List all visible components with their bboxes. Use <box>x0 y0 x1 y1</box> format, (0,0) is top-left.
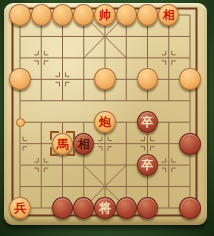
game-window: 帅相炮卒馬相卒兵将 <box>0 0 214 236</box>
piece-red-hidden[interactable] <box>31 4 52 25</box>
last-move-from-dot <box>9 111 30 132</box>
piece-black-hidden[interactable] <box>73 197 94 218</box>
piece-glyph: 卒 <box>137 154 158 176</box>
last-move-highlight <box>50 131 75 156</box>
piece-red-hidden[interactable] <box>116 4 137 25</box>
piece-red-hidden[interactable] <box>137 4 158 25</box>
piece-glyph: 帅 <box>94 4 115 26</box>
piece-face-down <box>137 68 158 90</box>
piece-red-hidden[interactable] <box>179 69 200 90</box>
piece-black-hidden[interactable] <box>137 197 158 218</box>
piece-black-hidden[interactable] <box>116 197 137 218</box>
piece-glyph: 将 <box>94 197 115 219</box>
piece-red-相[interactable]: 相 <box>158 4 179 25</box>
piece-black-卒[interactable]: 卒 <box>137 154 158 175</box>
piece-black-hidden[interactable] <box>179 197 200 218</box>
piece-layer: 帅相炮卒馬相卒兵将 <box>9 4 200 219</box>
piece-face-down <box>137 197 158 219</box>
piece-black-相[interactable]: 相 <box>73 133 94 154</box>
piece-glyph: 兵 <box>9 197 30 219</box>
piece-red-hidden[interactable] <box>137 69 158 90</box>
piece-black-将[interactable]: 将 <box>94 197 115 218</box>
piece-face-down <box>94 68 115 90</box>
piece-face-down <box>179 68 200 90</box>
piece-face-down <box>52 4 73 26</box>
piece-face-down <box>9 68 30 90</box>
piece-face-down <box>116 4 137 26</box>
piece-black-hidden[interactable] <box>179 133 200 154</box>
move-origin-dot <box>16 118 25 127</box>
piece-black-hidden[interactable] <box>52 197 73 218</box>
piece-glyph: 相 <box>158 4 179 26</box>
piece-glyph: 相 <box>73 133 94 155</box>
piece-face-down <box>73 4 94 26</box>
piece-face-down <box>52 197 73 219</box>
piece-red-hidden[interactable] <box>73 4 94 25</box>
piece-red-hidden[interactable] <box>94 69 115 90</box>
piece-red-帅[interactable]: 帅 <box>94 4 115 25</box>
piece-face-down <box>31 4 52 26</box>
piece-face-down <box>116 197 137 219</box>
piece-glyph: 卒 <box>137 111 158 133</box>
piece-face-down <box>179 197 200 219</box>
piece-face-down <box>137 4 158 26</box>
piece-face-down <box>73 197 94 219</box>
piece-red-馬[interactable]: 馬 <box>52 133 73 154</box>
piece-red-hidden[interactable] <box>52 4 73 25</box>
piece-red-hidden[interactable] <box>9 4 30 25</box>
piece-face-down <box>179 133 200 155</box>
piece-black-卒[interactable]: 卒 <box>137 111 158 132</box>
piece-glyph: 炮 <box>94 111 115 133</box>
piece-red-兵[interactable]: 兵 <box>9 197 30 218</box>
piece-red-炮[interactable]: 炮 <box>94 111 115 132</box>
piece-face-down <box>9 4 30 26</box>
piece-red-hidden[interactable] <box>9 69 30 90</box>
